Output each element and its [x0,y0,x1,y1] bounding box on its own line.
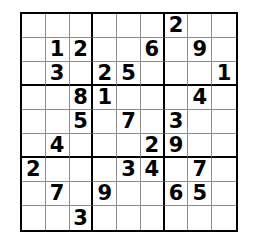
cell-r9c6[interactable] [141,206,165,230]
cell-r2c8: 9 [188,38,212,62]
cell-r9c2[interactable] [46,206,70,230]
cell-r3c5: 5 [117,62,141,86]
cell-r7c2[interactable] [46,158,70,182]
cell-r7c3[interactable] [70,158,94,182]
cell-r3c4: 2 [93,62,117,86]
cell-r3c6[interactable] [141,62,165,86]
cell-r5c6[interactable] [141,110,165,134]
cell-r5c9[interactable] [212,110,236,134]
cell-r6c3[interactable] [70,134,94,158]
cell-r7c6: 4 [141,158,165,182]
cell-r3c2: 3 [46,62,70,86]
cell-r6c6: 2 [141,134,165,158]
cell-r6c7: 9 [165,134,189,158]
cell-r5c4[interactable] [93,110,117,134]
cell-r1c4[interactable] [93,14,117,38]
cell-r4c2[interactable] [46,86,70,110]
cell-r5c2[interactable] [46,110,70,134]
cell-r8c4: 9 [93,182,117,206]
cell-r6c5[interactable] [117,134,141,158]
cell-r4c1[interactable] [22,86,46,110]
cell-r9c3: 3 [70,206,94,230]
cell-r2c6: 6 [141,38,165,62]
cell-r2c2: 1 [46,38,70,62]
cell-r6c2: 4 [46,134,70,158]
cell-r6c8[interactable] [188,134,212,158]
cell-r1c8[interactable] [188,14,212,38]
cell-r1c5[interactable] [117,14,141,38]
cell-r8c9[interactable] [212,182,236,206]
cell-r3c3[interactable] [70,62,94,86]
cell-r2c3: 2 [70,38,94,62]
cell-r1c1[interactable] [22,14,46,38]
cell-r8c7: 6 [165,182,189,206]
cell-r2c1[interactable] [22,38,46,62]
sudoku-board: 212693251814573429234779653 [20,12,238,232]
cell-r1c9[interactable] [212,14,236,38]
cell-r3c7[interactable] [165,62,189,86]
cell-r9c5[interactable] [117,206,141,230]
cell-r5c7: 3 [165,110,189,134]
cell-r1c6[interactable] [141,14,165,38]
cell-r8c3[interactable] [70,182,94,206]
cell-r2c9[interactable] [212,38,236,62]
cell-r7c5: 3 [117,158,141,182]
cell-r7c1: 2 [22,158,46,182]
cell-r2c5[interactable] [117,38,141,62]
cell-r8c6[interactable] [141,182,165,206]
cell-r4c8: 4 [188,86,212,110]
cell-r7c9[interactable] [212,158,236,182]
cell-r4c4: 1 [93,86,117,110]
cell-r7c7[interactable] [165,158,189,182]
cell-r4c5[interactable] [117,86,141,110]
cell-r1c2[interactable] [46,14,70,38]
cell-r8c5[interactable] [117,182,141,206]
cell-r7c8: 7 [188,158,212,182]
cell-r4c9[interactable] [212,86,236,110]
cell-r9c9[interactable] [212,206,236,230]
cell-r9c1[interactable] [22,206,46,230]
cell-r8c2: 7 [46,182,70,206]
cell-r5c1[interactable] [22,110,46,134]
cell-r9c7[interactable] [165,206,189,230]
cell-r9c4[interactable] [93,206,117,230]
cell-r6c9[interactable] [212,134,236,158]
cell-r9c8[interactable] [188,206,212,230]
cell-r1c3[interactable] [70,14,94,38]
cell-r1c7: 2 [165,14,189,38]
cell-r8c8: 5 [188,182,212,206]
cell-r4c6[interactable] [141,86,165,110]
cell-r8c1[interactable] [22,182,46,206]
cell-r5c3: 5 [70,110,94,134]
cell-r3c1[interactable] [22,62,46,86]
cell-r6c4[interactable] [93,134,117,158]
cell-r3c8[interactable] [188,62,212,86]
cell-r2c4[interactable] [93,38,117,62]
cell-r3c9: 1 [212,62,236,86]
cell-r7c4[interactable] [93,158,117,182]
cell-r4c7[interactable] [165,86,189,110]
cell-r5c8[interactable] [188,110,212,134]
cell-r6c1[interactable] [22,134,46,158]
cell-r2c7[interactable] [165,38,189,62]
cell-r4c3: 8 [70,86,94,110]
cell-r5c5: 7 [117,110,141,134]
